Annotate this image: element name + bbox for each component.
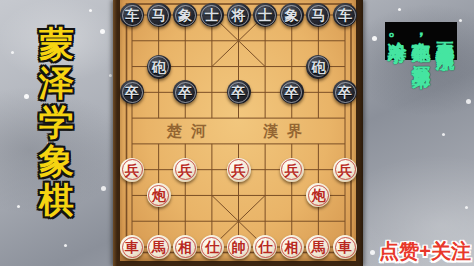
piece-character: 砲 <box>152 60 166 74</box>
piece-character: 车 <box>338 8 352 22</box>
piece-character: 帥 <box>232 240 246 254</box>
piece-character: 将 <box>232 8 246 22</box>
banner-char: 棋 <box>39 180 74 219</box>
piece-character: 相 <box>178 240 192 254</box>
piece-士[interactable]: 士 <box>253 3 277 27</box>
piece-character: 马 <box>311 8 325 22</box>
piece-character: 象 <box>178 8 192 22</box>
piece-炮[interactable]: 炮 <box>147 183 171 207</box>
piece-帥[interactable]: 帥 <box>227 235 251 259</box>
piece-相[interactable]: 相 <box>280 235 304 259</box>
river-label-left: 楚河 <box>167 122 215 141</box>
banner-char: 蒙 <box>39 24 74 63</box>
caption-column-1: 王嘉良大刀阔斧行云流水 <box>433 22 457 60</box>
piece-character: 相 <box>285 240 299 254</box>
piece-character: 兵 <box>338 163 352 177</box>
piece-character: 仕 <box>258 240 272 254</box>
piece-兵[interactable]: 兵 <box>120 158 144 182</box>
piece-character: 炮 <box>311 188 325 202</box>
piece-character: 車 <box>338 240 352 254</box>
commentary-caption: 王嘉良大刀阔斧行云流水 弃车砍炮，深厚功力车马 冷杀对手。 <box>385 22 457 60</box>
banner-char: 学 <box>39 102 74 141</box>
piece-character: 马 <box>152 8 166 22</box>
caption-column-3: 冷杀对手。 <box>385 22 409 60</box>
piece-車[interactable]: 車 <box>120 235 144 259</box>
piece-character: 兵 <box>125 163 139 177</box>
piece-兵[interactable]: 兵 <box>227 158 251 182</box>
video-frame: 蒙 泽 学 象 棋 车马象士将士象马车砲砲卒卒卒卒卒兵兵兵兵兵炮炮車馬相仕帥仕相… <box>0 0 474 266</box>
piece-character: 象 <box>285 8 299 22</box>
piece-砲[interactable]: 砲 <box>306 55 330 79</box>
piece-兵[interactable]: 兵 <box>280 158 304 182</box>
piece-将[interactable]: 将 <box>227 3 251 27</box>
piece-character: 砲 <box>311 60 325 74</box>
board-grid <box>113 0 363 266</box>
piece-兵[interactable]: 兵 <box>173 158 197 182</box>
piece-仕[interactable]: 仕 <box>200 235 224 259</box>
piece-character: 卒 <box>285 85 299 99</box>
piece-卒[interactable]: 卒 <box>280 80 304 104</box>
piece-character: 兵 <box>285 163 299 177</box>
piece-character: 馬 <box>311 240 325 254</box>
banner-char: 象 <box>39 141 74 180</box>
like-follow-cta: 点赞+关注 <box>379 238 471 265</box>
piece-仕[interactable]: 仕 <box>253 235 277 259</box>
piece-character: 兵 <box>178 163 192 177</box>
piece-車[interactable]: 車 <box>333 235 357 259</box>
piece-character: 士 <box>205 8 219 22</box>
piece-车[interactable]: 车 <box>120 3 144 27</box>
xiangqi-board: 车马象士将士象马车砲砲卒卒卒卒卒兵兵兵兵兵炮炮車馬相仕帥仕相馬車 楚河 漢界 <box>113 0 363 266</box>
piece-character: 卒 <box>178 85 192 99</box>
piece-象[interactable]: 象 <box>280 3 304 27</box>
piece-character: 卒 <box>232 85 246 99</box>
piece-马[interactable]: 马 <box>147 3 171 27</box>
piece-character: 士 <box>258 8 272 22</box>
piece-character: 车 <box>125 8 139 22</box>
channel-title-banner: 蒙 泽 学 象 棋 <box>0 0 113 266</box>
piece-character: 卒 <box>125 85 139 99</box>
river-label-right: 漢界 <box>263 122 311 141</box>
piece-砲[interactable]: 砲 <box>147 55 171 79</box>
piece-character: 車 <box>125 240 139 254</box>
piece-character: 仕 <box>205 240 219 254</box>
piece-馬[interactable]: 馬 <box>147 235 171 259</box>
piece-character: 兵 <box>232 163 246 177</box>
piece-兵[interactable]: 兵 <box>333 158 357 182</box>
banner-char: 泽 <box>39 63 74 102</box>
piece-士[interactable]: 士 <box>200 3 224 27</box>
caption-column-2: 弃车砍炮，深厚功力车马 <box>409 22 433 60</box>
piece-卒[interactable]: 卒 <box>227 80 251 104</box>
piece-车[interactable]: 车 <box>333 3 357 27</box>
piece-character: 馬 <box>152 240 166 254</box>
piece-character: 炮 <box>152 188 166 202</box>
piece-character: 卒 <box>338 85 352 99</box>
